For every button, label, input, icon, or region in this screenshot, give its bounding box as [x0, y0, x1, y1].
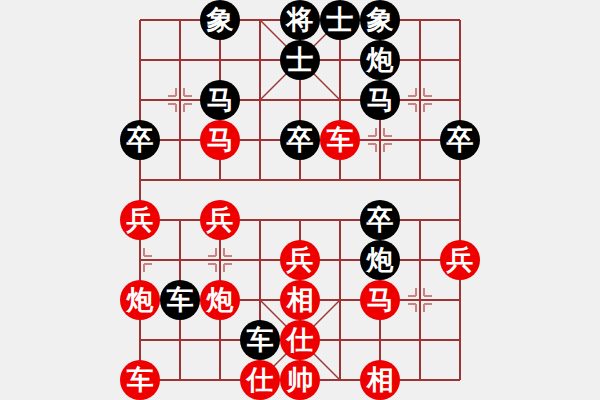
board-point-8-2[interactable]: [440, 80, 480, 120]
board-point-7-8[interactable]: [400, 320, 440, 360]
board-point-8-7[interactable]: [440, 280, 480, 320]
board-point-4-7[interactable]: 相: [280, 280, 320, 320]
board-point-6-0[interactable]: 象: [360, 0, 400, 40]
board-point-6-8[interactable]: [360, 320, 400, 360]
piece-black-elephant[interactable]: 象: [360, 0, 400, 40]
board-point-6-2[interactable]: 马: [360, 80, 400, 120]
board-point-7-9[interactable]: [400, 360, 440, 400]
board-point-4-9[interactable]: 帅: [280, 360, 320, 400]
board-point-1-5[interactable]: [160, 200, 200, 240]
piece-black-cannon[interactable]: 炮: [360, 240, 400, 280]
board-point-4-2[interactable]: [280, 80, 320, 120]
board-point-4-5[interactable]: [280, 200, 320, 240]
board-point-3-4[interactable]: [240, 160, 280, 200]
board-point-0-7[interactable]: 炮: [120, 280, 160, 320]
board-point-6-6[interactable]: 炮: [360, 240, 400, 280]
piece-red-soldier[interactable]: 兵: [120, 200, 160, 240]
piece-black-soldier[interactable]: 卒: [280, 120, 320, 160]
piece-red-advisor[interactable]: 仕: [280, 320, 320, 360]
board-point-3-5[interactable]: [240, 200, 280, 240]
board-point-7-2[interactable]: [400, 80, 440, 120]
piece-black-advisor[interactable]: 士: [280, 40, 320, 80]
piece-red-chariot[interactable]: 车: [120, 360, 160, 400]
board-point-8-5[interactable]: [440, 200, 480, 240]
board-point-4-0[interactable]: 将: [280, 0, 320, 40]
board-point-7-7[interactable]: [400, 280, 440, 320]
board-point-2-4[interactable]: [200, 160, 240, 200]
piece-red-cannon[interactable]: 炮: [120, 280, 160, 320]
piece-black-chariot[interactable]: 车: [160, 280, 200, 320]
board-point-8-4[interactable]: [440, 160, 480, 200]
piece-black-general[interactable]: 将: [280, 0, 320, 40]
piece-black-advisor[interactable]: 士: [320, 0, 360, 40]
piece-red-elephant[interactable]: 相: [280, 280, 320, 320]
piece-red-advisor[interactable]: 仕: [240, 360, 280, 400]
board-point-4-8[interactable]: 仕: [280, 320, 320, 360]
board-point-0-8[interactable]: [120, 320, 160, 360]
board-point-0-1[interactable]: [120, 40, 160, 80]
board-point-0-4[interactable]: [120, 160, 160, 200]
board-point-7-1[interactable]: [400, 40, 440, 80]
board-point-0-2[interactable]: [120, 80, 160, 120]
board-point-8-0[interactable]: [440, 0, 480, 40]
board-point-7-5[interactable]: [400, 200, 440, 240]
board-point-5-1[interactable]: [320, 40, 360, 80]
board-point-1-6[interactable]: [160, 240, 200, 280]
board-point-4-6[interactable]: 兵: [280, 240, 320, 280]
board-point-1-1[interactable]: [160, 40, 200, 80]
board-point-3-8[interactable]: 车: [240, 320, 280, 360]
board-point-2-1[interactable]: [200, 40, 240, 80]
board-point-1-3[interactable]: [160, 120, 200, 160]
board-point-5-0[interactable]: 士: [320, 0, 360, 40]
piece-red-chariot[interactable]: 车: [320, 120, 360, 160]
board-point-5-8[interactable]: [320, 320, 360, 360]
board-point-8-9[interactable]: [440, 360, 480, 400]
board-point-1-9[interactable]: [160, 360, 200, 400]
piece-red-horse[interactable]: 马: [360, 280, 400, 320]
board-point-3-1[interactable]: [240, 40, 280, 80]
board-point-2-5[interactable]: 兵: [200, 200, 240, 240]
board-point-0-9[interactable]: 车: [120, 360, 160, 400]
board-point-8-8[interactable]: [440, 320, 480, 360]
board-point-0-5[interactable]: 兵: [120, 200, 160, 240]
board-point-5-7[interactable]: [320, 280, 360, 320]
board-point-7-6[interactable]: [400, 240, 440, 280]
board-point-6-1[interactable]: 炮: [360, 40, 400, 80]
board-point-1-8[interactable]: [160, 320, 200, 360]
board-point-5-9[interactable]: [320, 360, 360, 400]
piece-black-cannon[interactable]: 炮: [360, 40, 400, 80]
board-point-6-3[interactable]: [360, 120, 400, 160]
board-point-4-3[interactable]: 卒: [280, 120, 320, 160]
board-point-6-7[interactable]: 马: [360, 280, 400, 320]
board-point-3-6[interactable]: [240, 240, 280, 280]
board-point-4-4[interactable]: [280, 160, 320, 200]
board-point-8-1[interactable]: [440, 40, 480, 80]
board-point-7-3[interactable]: [400, 120, 440, 160]
board-point-1-4[interactable]: [160, 160, 200, 200]
board-point-0-3[interactable]: 卒: [120, 120, 160, 160]
piece-red-horse[interactable]: 马: [200, 120, 240, 160]
piece-black-chariot[interactable]: 车: [240, 320, 280, 360]
piece-black-soldier[interactable]: 卒: [360, 200, 400, 240]
board-point-6-9[interactable]: 相: [360, 360, 400, 400]
board-point-5-6[interactable]: [320, 240, 360, 280]
board-point-5-5[interactable]: [320, 200, 360, 240]
piece-black-horse[interactable]: 马: [200, 80, 240, 120]
board-point-6-4[interactable]: [360, 160, 400, 200]
board-point-1-2[interactable]: [160, 80, 200, 120]
board-point-1-7[interactable]: 车: [160, 280, 200, 320]
piece-red-soldier[interactable]: 兵: [440, 240, 480, 280]
board-point-0-6[interactable]: [120, 240, 160, 280]
piece-black-soldier[interactable]: 卒: [440, 120, 480, 160]
board-point-0-0[interactable]: [120, 0, 160, 40]
piece-red-soldier[interactable]: 兵: [200, 200, 240, 240]
piece-red-general[interactable]: 帅: [280, 360, 320, 400]
board-point-2-8[interactable]: [200, 320, 240, 360]
piece-black-soldier[interactable]: 卒: [120, 120, 160, 160]
board-point-5-3[interactable]: 车: [320, 120, 360, 160]
board-point-2-6[interactable]: [200, 240, 240, 280]
xiangqi-app: 象将士象士炮马马卒马卒车卒兵兵卒兵炮兵炮车炮相马车仕车仕帅相: [0, 0, 600, 400]
piece-red-cannon[interactable]: 炮: [200, 280, 240, 320]
board-point-7-0[interactable]: [400, 0, 440, 40]
piece-red-elephant[interactable]: 相: [360, 360, 400, 400]
board-point-2-7[interactable]: 炮: [200, 280, 240, 320]
board-point-3-3[interactable]: [240, 120, 280, 160]
board-point-8-3[interactable]: 卒: [440, 120, 480, 160]
piece-black-horse[interactable]: 马: [360, 80, 400, 120]
board-point-8-6[interactable]: 兵: [440, 240, 480, 280]
piece-red-soldier[interactable]: 兵: [280, 240, 320, 280]
board-point-4-1[interactable]: 士: [280, 40, 320, 80]
board-point-2-2[interactable]: 马: [200, 80, 240, 120]
board-point-7-4[interactable]: [400, 160, 440, 200]
board-point-3-7[interactable]: [240, 280, 280, 320]
board-point-3-2[interactable]: [240, 80, 280, 120]
board-point-6-5[interactable]: 卒: [360, 200, 400, 240]
board-point-3-9[interactable]: 仕: [240, 360, 280, 400]
board-point-5-2[interactable]: [320, 80, 360, 120]
board-point-5-4[interactable]: [320, 160, 360, 200]
piece-black-elephant[interactable]: 象: [200, 0, 240, 40]
board-point-2-0[interactable]: 象: [200, 0, 240, 40]
board-point-3-0[interactable]: [240, 0, 280, 40]
board-point-2-3[interactable]: 马: [200, 120, 240, 160]
board-point-2-9[interactable]: [200, 360, 240, 400]
board-point-1-0[interactable]: [160, 0, 200, 40]
xiangqi-board: 象将士象士炮马马卒马卒车卒兵兵卒兵炮兵炮车炮相马车仕车仕帅相: [120, 0, 480, 400]
